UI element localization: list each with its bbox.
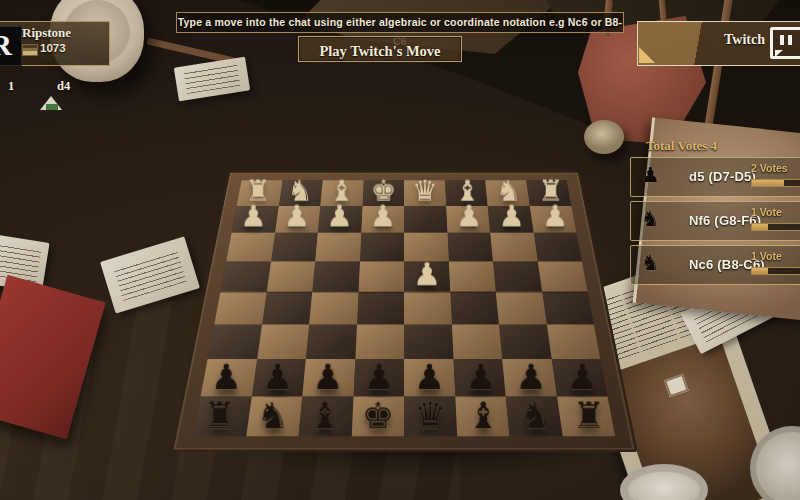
square-f3[interactable] [315, 233, 361, 262]
vote-option-row: ♟ d5 (D7-D5) 2 Votes [630, 157, 800, 197]
white-player-name: Ripstone [22, 25, 71, 41]
square-h8[interactable]: ♜ [193, 396, 251, 436]
light-object [584, 120, 624, 154]
chess-board[interactable]: ♜♞♝♚♛♝♞♜♟♟♟♟♟♟♟♟♟♟♟♟♟♟♟♟♜♞♝♚♛♝♞♜ [170, 171, 638, 452]
square-a4[interactable] [537, 261, 587, 291]
square-c2[interactable]: ♟ [446, 206, 490, 233]
square-g3[interactable] [271, 233, 318, 262]
rating-icon [22, 44, 38, 56]
black-player-name: Twitch [637, 32, 765, 48]
turn-indicator-triangle [639, 47, 655, 63]
vote-progress-bar [751, 179, 800, 187]
piece-white-pawn[interactable]: ♟ [232, 202, 275, 232]
square-a6[interactable] [546, 324, 600, 359]
piece-black-pawn[interactable]: ♟ [353, 360, 404, 395]
piece-black-pawn[interactable]: ♟ [506, 360, 557, 395]
square-g5[interactable] [262, 292, 313, 325]
square-b7[interactable]: ♟ [502, 359, 556, 396]
piece-black-rook[interactable]: ♜ [562, 398, 615, 434]
square-c8[interactable]: ♝ [455, 396, 510, 436]
vote-count-label: 1 Vote [751, 206, 782, 218]
piece-white-pawn[interactable]: ♟ [318, 202, 361, 232]
piece-white-pawn[interactable]: ♟ [275, 202, 318, 232]
square-e3[interactable] [360, 233, 404, 262]
piece-black-pawn[interactable]: ♟ [404, 360, 455, 395]
piece-black-rook[interactable]: ♜ [193, 398, 246, 434]
piece-black-pawn[interactable]: ♟ [201, 360, 252, 395]
square-h5[interactable] [214, 292, 266, 325]
square-g4[interactable] [266, 261, 315, 291]
board-squares-grid[interactable]: ♜♞♝♚♛♝♞♜♟♟♟♟♟♟♟♟♟♟♟♟♟♟♟♟♜♞♝♚♛♝♞♜ [193, 180, 615, 436]
piece-black-pawn[interactable]: ♟ [455, 360, 506, 395]
piece-white-pawn[interactable]: ♟ [447, 202, 490, 232]
vote-progress-fill [752, 268, 768, 274]
square-g2[interactable]: ♟ [275, 206, 321, 233]
square-b2[interactable]: ♟ [488, 206, 534, 233]
square-b8[interactable]: ♞ [506, 396, 563, 436]
square-d5[interactable] [404, 292, 451, 325]
piece-black-knight[interactable]: ♞ [509, 398, 562, 434]
square-f6[interactable] [306, 324, 357, 359]
square-a5[interactable] [542, 292, 594, 325]
vote-count-label: 1 Vote [751, 250, 782, 262]
black-pawn-icon: ♟ [641, 165, 660, 186]
white-player-rating: 1073 [40, 42, 66, 54]
square-f7[interactable]: ♟ [302, 359, 355, 396]
square-d4[interactable]: ♟ [404, 261, 450, 291]
piece-white-queen[interactable]: ♛ [404, 176, 446, 205]
piece-white-pawn[interactable]: ♟ [490, 202, 533, 232]
square-e4[interactable] [358, 261, 404, 291]
square-a7[interactable]: ♟ [551, 359, 607, 396]
square-b3[interactable] [490, 233, 537, 262]
square-g6[interactable] [257, 324, 309, 359]
square-f8[interactable]: ♝ [298, 396, 353, 436]
chat-instruction-bar: Type a move into the chat using either a… [176, 12, 624, 33]
piece-black-bishop[interactable]: ♝ [299, 398, 352, 434]
square-h3[interactable] [226, 233, 275, 262]
square-f5[interactable] [309, 292, 358, 325]
vote-progress-bar [751, 223, 800, 231]
square-d1[interactable]: ♛ [404, 180, 446, 205]
vote-progress-fill [752, 224, 768, 230]
piece-black-bishop[interactable]: ♝ [457, 398, 510, 434]
square-e5[interactable] [357, 292, 404, 325]
square-e8[interactable]: ♚ [351, 396, 404, 436]
black-knight-icon: ♞ [641, 253, 660, 274]
square-b6[interactable] [499, 324, 551, 359]
vote-option-row: ♞ Nc6 (B8-C6) 1 Vote [630, 245, 800, 285]
ripstone-logo: R [0, 26, 22, 66]
play-twitch-move-button[interactable]: Play Twitch's Move [298, 36, 462, 62]
square-c7[interactable]: ♟ [453, 359, 506, 396]
square-a2[interactable]: ♟ [529, 206, 576, 233]
square-h6[interactable] [208, 324, 262, 359]
piece-black-king[interactable]: ♚ [351, 398, 404, 434]
piece-black-pawn[interactable]: ♟ [302, 360, 353, 395]
piece-white-pawn[interactable]: ♟ [361, 202, 404, 232]
total-votes-title: Total Votes 4 [646, 138, 717, 154]
move-list-white-move: d4 [57, 79, 70, 94]
vote-count-label: 2 Votes [751, 162, 788, 174]
square-h4[interactable] [220, 261, 270, 291]
move-list-number: 1 [8, 79, 14, 94]
square-h7[interactable]: ♟ [201, 359, 257, 396]
piece-black-pawn[interactable]: ♟ [252, 360, 303, 395]
square-b5[interactable] [496, 292, 547, 325]
square-d6[interactable] [404, 324, 453, 359]
square-c5[interactable] [450, 292, 499, 325]
vote-move-label: d5 (D7-D5) [689, 169, 756, 184]
square-c6[interactable] [451, 324, 502, 359]
square-f4[interactable] [312, 261, 359, 291]
vote-progress-bar [751, 267, 800, 275]
square-c3[interactable] [447, 233, 493, 262]
square-d7[interactable]: ♟ [404, 359, 455, 396]
piece-black-knight[interactable]: ♞ [246, 398, 299, 434]
square-b4[interactable] [493, 261, 542, 291]
square-c4[interactable] [448, 261, 495, 291]
square-e7[interactable]: ♟ [353, 359, 404, 396]
piece-black-queen[interactable]: ♛ [404, 398, 457, 434]
piece-white-pawn[interactable]: ♟ [404, 259, 450, 291]
square-h2[interactable]: ♟ [232, 206, 279, 233]
square-a3[interactable] [533, 233, 582, 262]
piece-white-pawn[interactable]: ♟ [533, 202, 576, 232]
square-g7[interactable]: ♟ [251, 359, 305, 396]
book-emblem [46, 104, 58, 110]
vote-progress-fill [752, 180, 784, 186]
black-knight-icon: ♞ [641, 209, 660, 230]
square-d8[interactable]: ♛ [404, 396, 457, 436]
square-e2[interactable]: ♟ [361, 206, 404, 233]
twitch-logo-icon [770, 27, 800, 59]
square-a8[interactable]: ♜ [557, 396, 615, 436]
square-d2[interactable] [404, 206, 447, 233]
square-e6[interactable] [355, 324, 404, 359]
square-g8[interactable]: ♞ [246, 396, 303, 436]
vote-option-row: ♞ Nf6 (G8-F6) 1 Vote [630, 201, 800, 241]
square-f2[interactable]: ♟ [318, 206, 362, 233]
piece-black-pawn[interactable]: ♟ [556, 360, 607, 395]
